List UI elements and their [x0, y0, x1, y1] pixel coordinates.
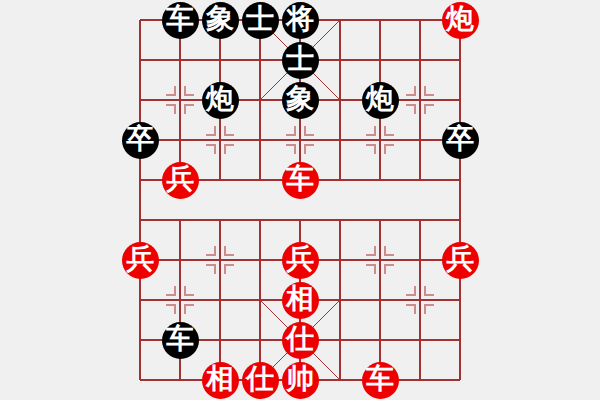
piece-red-soldier[interactable]: 兵: [122, 242, 159, 279]
piece-black-soldier[interactable]: 卒: [122, 122, 159, 159]
piece-red-soldier[interactable]: 兵: [162, 162, 199, 199]
piece-red-soldier[interactable]: 兵: [442, 242, 479, 279]
piece-red-chariot[interactable]: 车: [282, 162, 319, 199]
piece-black-general[interactable]: 将: [282, 2, 319, 39]
xiangqi-board[interactable]: 车象士将炮士炮象炮卒卒兵车兵兵兵相车仕相仕帅车: [0, 0, 600, 400]
piece-black-cannon[interactable]: 炮: [362, 82, 399, 119]
piece-black-elephant[interactable]: 象: [202, 2, 239, 39]
piece-black-chariot[interactable]: 车: [162, 2, 199, 39]
piece-black-advisor[interactable]: 士: [282, 42, 319, 79]
piece-black-advisor[interactable]: 士: [242, 2, 279, 39]
piece-red-cannon[interactable]: 炮: [442, 2, 479, 39]
pieces-layer: 车象士将炮士炮象炮卒卒兵车兵兵兵相车仕相仕帅车: [120, 0, 480, 400]
piece-black-soldier[interactable]: 卒: [442, 122, 479, 159]
piece-red-advisor[interactable]: 仕: [282, 322, 319, 359]
piece-red-elephant[interactable]: 相: [202, 362, 239, 399]
piece-black-chariot[interactable]: 车: [162, 322, 199, 359]
piece-red-general[interactable]: 帅: [282, 362, 319, 399]
piece-black-cannon[interactable]: 炮: [202, 82, 239, 119]
piece-black-elephant[interactable]: 象: [282, 82, 319, 119]
piece-red-soldier[interactable]: 兵: [282, 242, 319, 279]
piece-red-advisor[interactable]: 仕: [242, 362, 279, 399]
piece-red-elephant[interactable]: 相: [282, 282, 319, 319]
piece-red-chariot[interactable]: 车: [362, 362, 399, 399]
